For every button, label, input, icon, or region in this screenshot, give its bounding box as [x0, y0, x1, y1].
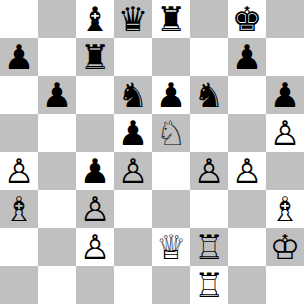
- square-f8[interactable]: [190, 0, 228, 38]
- piece-black-knight: ♞: [194, 76, 224, 114]
- square-c7[interactable]: ♜: [76, 38, 114, 76]
- square-f4[interactable]: ♙: [190, 152, 228, 190]
- square-a5[interactable]: [0, 114, 38, 152]
- piece-black-knight: ♞: [118, 76, 148, 114]
- square-f5[interactable]: [190, 114, 228, 152]
- square-c5[interactable]: [76, 114, 114, 152]
- square-a2[interactable]: [0, 228, 38, 266]
- square-d6[interactable]: ♞: [114, 76, 152, 114]
- square-b3[interactable]: [38, 190, 76, 228]
- square-b8[interactable]: [38, 0, 76, 38]
- square-g4[interactable]: ♙: [228, 152, 266, 190]
- square-a7[interactable]: ♟: [0, 38, 38, 76]
- square-b4[interactable]: [38, 152, 76, 190]
- square-d2[interactable]: [114, 228, 152, 266]
- piece-white-pawn: ♙: [118, 152, 148, 190]
- square-h7[interactable]: [266, 38, 304, 76]
- square-d1[interactable]: [114, 266, 152, 304]
- square-b6[interactable]: ♟: [38, 76, 76, 114]
- piece-white-pawn: ♙: [80, 190, 110, 228]
- piece-white-queen: ♕: [156, 228, 186, 266]
- square-g3[interactable]: [228, 190, 266, 228]
- piece-white-bishop: ♗: [270, 190, 300, 228]
- piece-black-pawn: ♟: [4, 38, 34, 76]
- square-h4[interactable]: [266, 152, 304, 190]
- square-e2[interactable]: ♕: [152, 228, 190, 266]
- square-a6[interactable]: [0, 76, 38, 114]
- square-e1[interactable]: [152, 266, 190, 304]
- square-b1[interactable]: [38, 266, 76, 304]
- square-g8[interactable]: ♚: [228, 0, 266, 38]
- square-f6[interactable]: ♞: [190, 76, 228, 114]
- square-c4[interactable]: ♟: [76, 152, 114, 190]
- square-c1[interactable]: [76, 266, 114, 304]
- piece-white-bishop: ♗: [4, 190, 34, 228]
- square-e4[interactable]: [152, 152, 190, 190]
- piece-black-pawn: ♟: [80, 152, 110, 190]
- square-e7[interactable]: [152, 38, 190, 76]
- piece-white-pawn: ♙: [232, 152, 262, 190]
- square-c6[interactable]: [76, 76, 114, 114]
- square-a1[interactable]: [0, 266, 38, 304]
- piece-white-pawn: ♙: [80, 228, 110, 266]
- square-d3[interactable]: [114, 190, 152, 228]
- square-a4[interactable]: ♙: [0, 152, 38, 190]
- square-h8[interactable]: [266, 0, 304, 38]
- piece-black-king: ♚: [232, 0, 262, 38]
- square-e8[interactable]: ♜: [152, 0, 190, 38]
- square-g5[interactable]: [228, 114, 266, 152]
- square-a3[interactable]: ♗: [0, 190, 38, 228]
- piece-black-pawn: ♟: [270, 76, 300, 114]
- square-h2[interactable]: ♔: [266, 228, 304, 266]
- piece-white-rook: ♖: [194, 228, 224, 266]
- square-d8[interactable]: ♛: [114, 0, 152, 38]
- square-g2[interactable]: [228, 228, 266, 266]
- square-c8[interactable]: ♝: [76, 0, 114, 38]
- square-b7[interactable]: [38, 38, 76, 76]
- square-g7[interactable]: ♟: [228, 38, 266, 76]
- square-b5[interactable]: [38, 114, 76, 152]
- square-f1[interactable]: ♖: [190, 266, 228, 304]
- chess-board: ♝♛♜♚♟♜♟♟♞♟♞♟♟♘♙♙♟♙♙♙♗♙♗♙♕♖♔♖: [0, 0, 304, 304]
- piece-white-pawn: ♙: [4, 152, 34, 190]
- piece-white-king: ♔: [270, 228, 300, 266]
- piece-white-knight: ♘: [156, 114, 186, 152]
- square-g6[interactable]: [228, 76, 266, 114]
- piece-black-rook: ♜: [80, 38, 110, 76]
- piece-white-pawn: ♙: [270, 114, 300, 152]
- square-e3[interactable]: [152, 190, 190, 228]
- square-e5[interactable]: ♘: [152, 114, 190, 152]
- piece-black-pawn: ♟: [118, 114, 148, 152]
- square-h3[interactable]: ♗: [266, 190, 304, 228]
- square-d4[interactable]: ♙: [114, 152, 152, 190]
- piece-black-pawn: ♟: [156, 76, 186, 114]
- piece-white-rook: ♖: [194, 266, 224, 304]
- square-c2[interactable]: ♙: [76, 228, 114, 266]
- square-e6[interactable]: ♟: [152, 76, 190, 114]
- square-h1[interactable]: [266, 266, 304, 304]
- piece-black-pawn: ♟: [42, 76, 72, 114]
- square-d5[interactable]: ♟: [114, 114, 152, 152]
- square-g1[interactable]: [228, 266, 266, 304]
- piece-black-queen: ♛: [118, 0, 148, 38]
- square-c3[interactable]: ♙: [76, 190, 114, 228]
- piece-black-pawn: ♟: [232, 38, 262, 76]
- square-f3[interactable]: [190, 190, 228, 228]
- piece-white-pawn: ♙: [194, 152, 224, 190]
- square-f7[interactable]: [190, 38, 228, 76]
- square-a8[interactable]: [0, 0, 38, 38]
- piece-black-rook: ♜: [156, 0, 186, 38]
- square-h6[interactable]: ♟: [266, 76, 304, 114]
- piece-black-bishop: ♝: [80, 0, 110, 38]
- square-f2[interactable]: ♖: [190, 228, 228, 266]
- square-h5[interactable]: ♙: [266, 114, 304, 152]
- square-b2[interactable]: [38, 228, 76, 266]
- square-d7[interactable]: [114, 38, 152, 76]
